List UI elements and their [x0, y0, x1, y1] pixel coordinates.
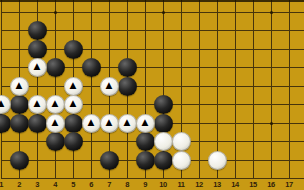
triangle-marked-white-stone: ▲ — [136, 114, 155, 133]
triangle-marked-white-stone: ▲ — [64, 77, 83, 96]
black-stone — [46, 58, 65, 77]
triangle-marked-white-stone: ▲ — [100, 77, 119, 96]
white-stone — [172, 151, 191, 170]
black-stone — [118, 58, 137, 77]
black-stone — [64, 132, 83, 151]
triangle-mark-icon: ▲ — [118, 114, 137, 133]
black-stone — [154, 114, 173, 133]
triangle-mark-icon: ▲ — [46, 95, 65, 114]
triangle-marked-white-stone: ▲ — [28, 95, 47, 114]
triangle-mark-icon: ▲ — [28, 95, 47, 114]
black-stone — [100, 151, 119, 170]
triangle-mark-icon: ▲ — [64, 77, 83, 96]
black-stone — [82, 58, 101, 77]
triangle-mark-icon: ▲ — [100, 77, 119, 96]
triangle-marked-white-stone: ▲ — [46, 95, 65, 114]
triangle-marked-white-stone: ▲ — [28, 58, 47, 77]
black-stone — [10, 95, 29, 114]
black-stone — [154, 151, 173, 170]
triangle-mark-icon: ▲ — [46, 114, 65, 133]
triangle-mark-icon: ▲ — [64, 95, 83, 114]
black-stone — [64, 40, 83, 59]
triangle-marked-white-stone: ▲ — [0, 95, 11, 114]
white-stone — [172, 132, 191, 151]
black-stone — [28, 114, 47, 133]
frame-top-edge — [0, 0, 304, 2]
go-board: ▲▲▲▲▲▲▲▲▲▲▲▲▲ — [0, 3, 298, 188]
triangle-mark-icon: ▲ — [100, 114, 119, 133]
black-stone — [136, 151, 155, 170]
black-stone — [154, 95, 173, 114]
triangle-marked-white-stone: ▲ — [46, 114, 65, 133]
white-stone — [208, 151, 227, 170]
black-stone — [118, 77, 137, 96]
black-stone — [10, 114, 29, 133]
triangle-marked-white-stone: ▲ — [100, 114, 119, 133]
black-stone — [10, 151, 29, 170]
go-board-frame: ▲▲▲▲▲▲▲▲▲▲▲▲▲ 1234567891011121314151617 — [0, 0, 304, 190]
black-stone — [136, 132, 155, 151]
triangle-marked-white-stone: ▲ — [118, 114, 137, 133]
triangle-marked-white-stone: ▲ — [82, 114, 101, 133]
triangle-mark-icon: ▲ — [136, 114, 155, 133]
triangle-mark-icon: ▲ — [10, 77, 29, 96]
black-stone — [0, 114, 11, 133]
triangle-marked-white-stone: ▲ — [10, 77, 29, 96]
black-stone — [46, 132, 65, 151]
black-stone — [64, 114, 83, 133]
white-stone — [154, 132, 173, 151]
triangle-mark-icon: ▲ — [0, 95, 11, 114]
triangle-marked-white-stone: ▲ — [64, 95, 83, 114]
triangle-mark-icon: ▲ — [28, 58, 47, 77]
triangle-mark-icon: ▲ — [82, 114, 101, 133]
black-stone — [28, 40, 47, 59]
black-stone — [28, 21, 47, 40]
